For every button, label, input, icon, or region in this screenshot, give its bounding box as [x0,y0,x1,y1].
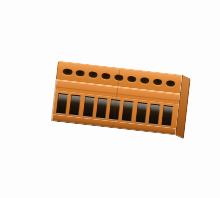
screw-hole [75,69,85,77]
wire-entry-opening [135,102,147,124]
terminal-block-body [51,61,182,136]
screw-hole [139,77,149,85]
screw-hole [165,80,175,88]
wire-entry-opening [122,100,134,122]
wire-entry-opening [148,103,160,125]
screw-hole [127,75,137,83]
wire-entry-opening [69,94,81,116]
screw-hole [152,78,162,86]
wire-entry-opening [56,93,68,115]
wire-entry-opening [82,96,94,118]
terminal-block [51,61,191,137]
wire-entry-opening [95,97,107,119]
wire-entry-opening [161,105,173,127]
screw-hole [101,72,111,80]
screw-hole [88,71,98,79]
screw-hole [62,68,72,76]
product-photo [0,0,220,198]
